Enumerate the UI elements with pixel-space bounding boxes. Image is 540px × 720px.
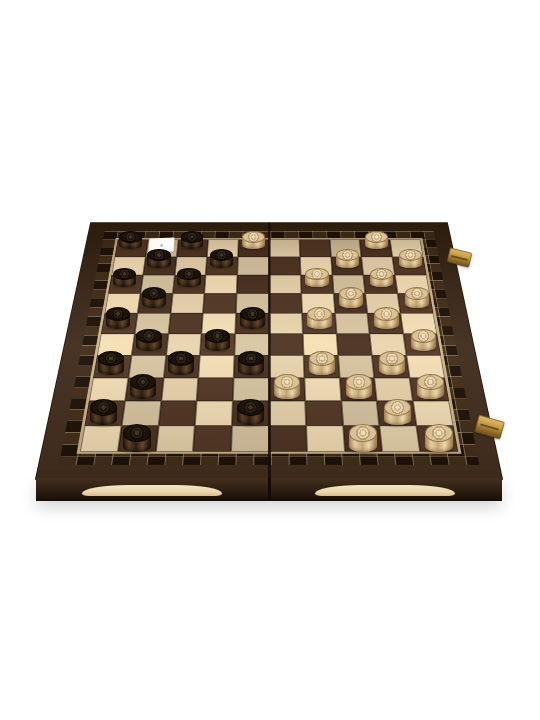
square-r5-c9 <box>368 313 404 333</box>
square-r3-c5 <box>237 275 269 294</box>
square-r8-c2 <box>125 378 164 401</box>
square-r10-c2 <box>118 426 159 452</box>
square-r6-c8 <box>336 334 372 355</box>
square-r9-c4 <box>195 401 233 426</box>
square-r10-c10 <box>417 426 459 452</box>
square-r5-c3 <box>168 313 203 333</box>
square-r2-c1 <box>111 257 145 275</box>
square-r3-c4 <box>205 275 238 294</box>
square-r4-c9 <box>366 294 401 314</box>
square-r10-c3 <box>156 426 196 452</box>
square-r9-c7 <box>305 401 343 426</box>
square-r4-c1 <box>105 294 141 314</box>
square-r5-c10 <box>401 313 438 333</box>
square-r8-c8 <box>339 378 377 401</box>
product-photo <box>0 0 540 720</box>
square-r3-c6 <box>269 275 301 294</box>
square-r1-c4 <box>207 239 238 256</box>
draughts-board <box>36 223 502 479</box>
square-r2-c4 <box>206 257 238 275</box>
square-r5-c6 <box>269 313 303 333</box>
square-r5-c5 <box>235 313 269 333</box>
square-r4-c8 <box>333 294 367 314</box>
square-r9-c3 <box>158 401 197 426</box>
sticker-glare <box>149 238 175 253</box>
square-r7-c2 <box>128 355 166 377</box>
square-r2-c3 <box>174 257 207 275</box>
square-r8-c9 <box>375 378 414 401</box>
square-r1-c3 <box>176 239 208 256</box>
square-r9-c10 <box>413 401 453 426</box>
square-r1-c8 <box>330 239 362 256</box>
square-r8-c5 <box>233 378 269 401</box>
square-r4-c3 <box>170 294 204 314</box>
square-r5-c8 <box>335 313 370 333</box>
square-r9-c9 <box>377 401 417 426</box>
square-r2-c7 <box>300 257 332 275</box>
square-r7-c4 <box>199 355 235 377</box>
square-r5-c2 <box>135 313 171 333</box>
square-r6-c7 <box>303 334 338 355</box>
square-r10-c1 <box>80 426 122 452</box>
square-r1-c7 <box>299 239 330 256</box>
square-r3-c3 <box>172 275 206 294</box>
square-r2-c6 <box>269 257 301 275</box>
fold-seam <box>268 223 271 479</box>
square-r9-c8 <box>341 401 380 426</box>
square-r3-c1 <box>108 275 143 294</box>
square-r10-c6 <box>269 426 307 452</box>
square-r6-c3 <box>166 334 202 355</box>
square-r1-c1 <box>115 239 148 256</box>
square-r4-c7 <box>301 294 335 314</box>
square-r10-c4 <box>193 426 232 452</box>
square-r6-c1 <box>97 334 134 355</box>
board-side-face <box>36 478 502 501</box>
square-r2-c9 <box>362 257 395 275</box>
square-r9-c5 <box>232 401 269 426</box>
square-r8-c3 <box>161 378 199 401</box>
square-r3-c2 <box>140 275 174 294</box>
square-r1-c9 <box>360 239 393 256</box>
square-r4-c5 <box>236 294 269 314</box>
square-r2-c8 <box>331 257 364 275</box>
square-r10-c5 <box>231 426 269 452</box>
square-r4-c6 <box>269 294 302 314</box>
square-r8-c1 <box>89 378 128 401</box>
square-r10-c9 <box>380 426 421 452</box>
square-r8-c7 <box>304 378 341 401</box>
square-r6-c5 <box>235 334 269 355</box>
square-r8-c10 <box>410 378 449 401</box>
square-r3-c10 <box>395 275 430 294</box>
square-r2-c5 <box>237 257 269 275</box>
square-r6-c9 <box>370 334 407 355</box>
square-r1-c10 <box>390 239 423 256</box>
square-r5-c4 <box>202 313 236 333</box>
square-r7-c5 <box>234 355 269 377</box>
square-r6-c6 <box>269 334 303 355</box>
square-r8-c6 <box>269 378 305 401</box>
square-r1-c5 <box>238 239 269 256</box>
square-r9-c1 <box>84 401 124 426</box>
square-r7-c3 <box>163 355 200 377</box>
square-r3-c7 <box>301 275 334 294</box>
square-r10-c8 <box>343 426 383 452</box>
square-r7-c9 <box>372 355 410 377</box>
square-r1-c6 <box>269 239 300 256</box>
square-r6-c4 <box>200 334 235 355</box>
side-fold-seam <box>268 478 271 501</box>
square-r9-c2 <box>121 401 161 426</box>
square-r6-c10 <box>403 334 440 355</box>
square-r7-c10 <box>407 355 445 377</box>
square-r4-c4 <box>203 294 237 314</box>
square-r8-c4 <box>197 378 234 401</box>
square-r3-c9 <box>364 275 398 294</box>
square-r7-c1 <box>93 355 131 377</box>
square-r2-c2 <box>143 257 176 275</box>
square-r5-c7 <box>302 313 336 333</box>
square-r7-c7 <box>303 355 339 377</box>
square-r6-c2 <box>131 334 168 355</box>
square-r10-c7 <box>306 426 345 452</box>
square-r4-c10 <box>398 294 434 314</box>
side-inlay-right <box>315 485 455 496</box>
square-r9-c6 <box>269 401 306 426</box>
square-r4-c2 <box>137 294 172 314</box>
side-inlay-left <box>82 485 222 496</box>
square-r7-c8 <box>338 355 375 377</box>
square-r3-c8 <box>332 275 366 294</box>
square-r2-c10 <box>392 257 426 275</box>
square-r7-c6 <box>269 355 304 377</box>
square-r5-c1 <box>101 313 138 333</box>
